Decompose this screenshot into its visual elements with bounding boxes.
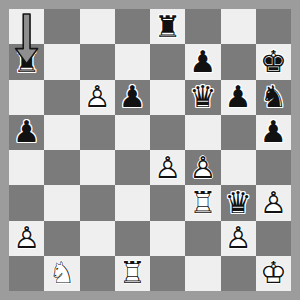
square-f2[interactable]: [185, 221, 220, 256]
square-b2[interactable]: [44, 221, 79, 256]
square-d7[interactable]: [115, 44, 150, 79]
square-d4[interactable]: [115, 150, 150, 185]
square-d3[interactable]: [115, 185, 150, 220]
square-h3[interactable]: ♟♙: [256, 185, 291, 220]
square-f6[interactable]: ♛: [185, 80, 220, 115]
white-pawn-icon: ♟♙: [221, 221, 256, 256]
black-pawn-icon: ♟: [185, 44, 220, 79]
square-e3[interactable]: [150, 185, 185, 220]
white-rook-icon: ♜♖: [185, 185, 220, 220]
white-king-icon: ♚♔: [256, 256, 291, 291]
square-b6[interactable]: [44, 80, 79, 115]
square-d8[interactable]: [115, 9, 150, 44]
square-a1[interactable]: [9, 256, 44, 291]
square-a3[interactable]: [9, 185, 44, 220]
black-rook-icon: ♜: [150, 9, 185, 44]
square-a5[interactable]: ♟: [9, 115, 44, 150]
square-d2[interactable]: [115, 221, 150, 256]
square-e2[interactable]: [150, 221, 185, 256]
black-queen-icon: ♛: [221, 185, 256, 220]
white-pawn-icon: ♟♙: [80, 80, 115, 115]
square-e6[interactable]: [150, 80, 185, 115]
black-pawn-icon: ♟: [9, 115, 44, 150]
square-a7[interactable]: ♜: [9, 44, 44, 79]
square-b5[interactable]: [44, 115, 79, 150]
square-e1[interactable]: [150, 256, 185, 291]
square-g4[interactable]: [221, 150, 256, 185]
square-g6[interactable]: ♟: [221, 80, 256, 115]
square-c5[interactable]: [80, 115, 115, 150]
chess-board: ♜♜♟♚♟♙♟♛♟♞♟♟♟♙♟♙♜♖♛♟♙♟♙♟♙♞♘♜♖♚♔: [9, 9, 291, 291]
square-c2[interactable]: [80, 221, 115, 256]
square-g2[interactable]: ♟♙: [221, 221, 256, 256]
black-knight-icon: ♞: [256, 80, 291, 115]
square-b4[interactable]: [44, 150, 79, 185]
white-knight-icon: ♞♘: [44, 256, 79, 291]
square-b1[interactable]: ♞♘: [44, 256, 79, 291]
square-h6[interactable]: ♞: [256, 80, 291, 115]
square-h8[interactable]: [256, 9, 291, 44]
black-pawn-icon: ♟: [115, 80, 150, 115]
square-e7[interactable]: [150, 44, 185, 79]
white-pawn-icon: ♟♙: [9, 221, 44, 256]
page: { "game": "chess", "board_theme": { "bac…: [0, 0, 300, 300]
square-f3[interactable]: ♜♖: [185, 185, 220, 220]
black-pawn-icon: ♟: [256, 115, 291, 150]
square-f8[interactable]: [185, 9, 220, 44]
square-e5[interactable]: [150, 115, 185, 150]
white-pawn-icon: ♟♙: [256, 185, 291, 220]
square-d5[interactable]: [115, 115, 150, 150]
square-h4[interactable]: [256, 150, 291, 185]
square-h7[interactable]: ♚: [256, 44, 291, 79]
square-d1[interactable]: ♜♖: [115, 256, 150, 291]
square-c1[interactable]: [80, 256, 115, 291]
square-a8[interactable]: [9, 9, 44, 44]
square-g7[interactable]: [221, 44, 256, 79]
square-c8[interactable]: [80, 9, 115, 44]
square-e4[interactable]: ♟♙: [150, 150, 185, 185]
square-d6[interactable]: ♟: [115, 80, 150, 115]
square-b3[interactable]: [44, 185, 79, 220]
square-f1[interactable]: [185, 256, 220, 291]
square-g1[interactable]: [221, 256, 256, 291]
square-f4[interactable]: ♟♙: [185, 150, 220, 185]
square-a6[interactable]: [9, 80, 44, 115]
square-b7[interactable]: [44, 44, 79, 79]
square-c6[interactable]: ♟♙: [80, 80, 115, 115]
diagram-background: ♜♜♟♚♟♙♟♛♟♞♟♟♟♙♟♙♜♖♛♟♙♟♙♟♙♞♘♜♖♚♔: [0, 0, 300, 300]
black-rook-icon: ♜: [9, 44, 44, 79]
square-g5[interactable]: [221, 115, 256, 150]
black-pawn-icon: ♟: [221, 80, 256, 115]
black-queen-icon: ♛: [185, 80, 220, 115]
square-c7[interactable]: [80, 44, 115, 79]
square-e8[interactable]: ♜: [150, 9, 185, 44]
square-a4[interactable]: [9, 150, 44, 185]
square-h2[interactable]: [256, 221, 291, 256]
square-c3[interactable]: [80, 185, 115, 220]
square-a2[interactable]: ♟♙: [9, 221, 44, 256]
square-g3[interactable]: ♛: [221, 185, 256, 220]
square-h1[interactable]: ♚♔: [256, 256, 291, 291]
square-c4[interactable]: [80, 150, 115, 185]
chess-board-panel: ♜♜♟♚♟♙♟♛♟♞♟♟♟♙♟♙♜♖♛♟♙♟♙♟♙♞♘♜♖♚♔: [9, 9, 291, 291]
square-b8[interactable]: [44, 9, 79, 44]
square-g8[interactable]: [221, 9, 256, 44]
white-rook-icon: ♜♖: [115, 256, 150, 291]
square-h5[interactable]: ♟: [256, 115, 291, 150]
black-king-icon: ♚: [256, 44, 291, 79]
white-pawn-icon: ♟♙: [185, 150, 220, 185]
square-f7[interactable]: ♟: [185, 44, 220, 79]
white-pawn-icon: ♟♙: [150, 150, 185, 185]
square-f5[interactable]: [185, 115, 220, 150]
